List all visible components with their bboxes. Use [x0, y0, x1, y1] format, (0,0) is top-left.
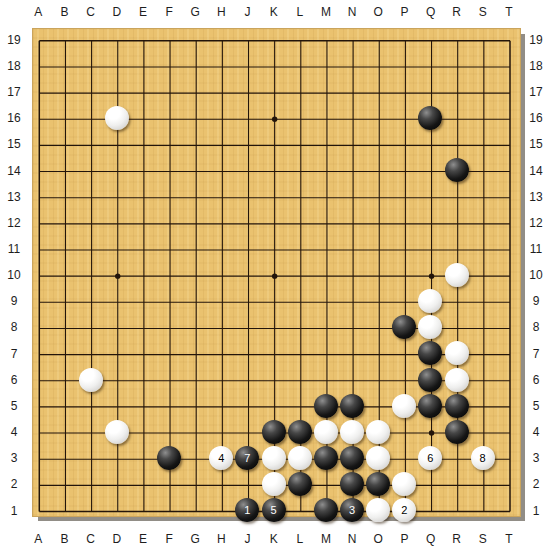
intersection-F4[interactable] — [156, 419, 182, 445]
intersection-O1[interactable] — [365, 497, 391, 523]
intersection-E9[interactable] — [130, 288, 156, 314]
intersection-M15[interactable] — [313, 131, 339, 157]
intersection-C10[interactable] — [77, 262, 103, 288]
intersection-S16[interactable] — [470, 105, 496, 131]
intersection-D15[interactable] — [104, 131, 130, 157]
intersection-R18[interactable] — [443, 53, 469, 79]
intersection-F3[interactable] — [156, 445, 182, 471]
intersection-P11[interactable] — [391, 236, 417, 262]
intersection-N19[interactable] — [339, 27, 365, 53]
intersection-D19[interactable] — [104, 27, 130, 53]
intersection-G13[interactable] — [182, 184, 208, 210]
intersection-L4[interactable] — [287, 419, 313, 445]
intersection-C14[interactable] — [77, 157, 103, 183]
intersection-L8[interactable] — [287, 314, 313, 340]
intersection-R14[interactable] — [443, 157, 469, 183]
intersection-T16[interactable] — [496, 105, 522, 131]
intersection-H4[interactable] — [208, 419, 234, 445]
intersection-Q17[interactable] — [417, 79, 443, 105]
intersection-G10[interactable] — [182, 262, 208, 288]
intersection-N15[interactable] — [339, 131, 365, 157]
intersection-O19[interactable] — [365, 27, 391, 53]
intersection-T14[interactable] — [496, 157, 522, 183]
intersection-M10[interactable] — [313, 262, 339, 288]
intersection-R6[interactable] — [443, 367, 469, 393]
intersection-D10[interactable] — [104, 262, 130, 288]
intersection-G14[interactable] — [182, 157, 208, 183]
intersection-R7[interactable] — [443, 340, 469, 366]
intersection-N5[interactable] — [339, 393, 365, 419]
intersection-B16[interactable] — [51, 105, 77, 131]
intersection-L9[interactable] — [287, 288, 313, 314]
intersection-J9[interactable] — [234, 288, 260, 314]
intersection-D5[interactable] — [104, 393, 130, 419]
intersection-A1[interactable] — [25, 497, 51, 523]
intersection-A5[interactable] — [25, 393, 51, 419]
intersection-L16[interactable] — [287, 105, 313, 131]
intersection-B18[interactable] — [51, 53, 77, 79]
intersection-P3[interactable] — [391, 445, 417, 471]
intersection-P6[interactable] — [391, 367, 417, 393]
intersection-K9[interactable] — [260, 288, 286, 314]
intersection-C12[interactable] — [77, 210, 103, 236]
intersection-J5[interactable] — [234, 393, 260, 419]
intersection-F8[interactable] — [156, 314, 182, 340]
intersection-J3[interactable]: 7 — [234, 445, 260, 471]
intersection-N3[interactable] — [339, 445, 365, 471]
intersection-H15[interactable] — [208, 131, 234, 157]
intersection-K17[interactable] — [260, 79, 286, 105]
intersection-S6[interactable] — [470, 367, 496, 393]
intersection-C13[interactable] — [77, 184, 103, 210]
intersection-S12[interactable] — [470, 210, 496, 236]
intersection-M8[interactable] — [313, 314, 339, 340]
intersection-N17[interactable] — [339, 79, 365, 105]
intersection-R17[interactable] — [443, 79, 469, 105]
intersection-F13[interactable] — [156, 184, 182, 210]
intersection-F11[interactable] — [156, 236, 182, 262]
intersection-B13[interactable] — [51, 184, 77, 210]
intersection-D8[interactable] — [104, 314, 130, 340]
intersection-D3[interactable] — [104, 445, 130, 471]
intersection-F18[interactable] — [156, 53, 182, 79]
intersection-N1[interactable]: 3 — [339, 497, 365, 523]
intersection-H7[interactable] — [208, 340, 234, 366]
intersection-G15[interactable] — [182, 131, 208, 157]
intersection-O10[interactable] — [365, 262, 391, 288]
intersection-F5[interactable] — [156, 393, 182, 419]
intersection-E12[interactable] — [130, 210, 156, 236]
intersection-E17[interactable] — [130, 79, 156, 105]
intersection-N8[interactable] — [339, 314, 365, 340]
intersection-O8[interactable] — [365, 314, 391, 340]
intersection-B10[interactable] — [51, 262, 77, 288]
intersection-J15[interactable] — [234, 131, 260, 157]
intersection-T9[interactable] — [496, 288, 522, 314]
intersection-G19[interactable] — [182, 27, 208, 53]
intersection-K14[interactable] — [260, 157, 286, 183]
intersection-M4[interactable] — [313, 419, 339, 445]
intersection-N7[interactable] — [339, 340, 365, 366]
intersection-T3[interactable] — [496, 445, 522, 471]
intersection-D12[interactable] — [104, 210, 130, 236]
intersection-J19[interactable] — [234, 27, 260, 53]
intersection-J1[interactable]: 1 — [234, 497, 260, 523]
intersection-S18[interactable] — [470, 53, 496, 79]
intersection-T11[interactable] — [496, 236, 522, 262]
intersection-N2[interactable] — [339, 471, 365, 497]
intersection-T13[interactable] — [496, 184, 522, 210]
intersection-H1[interactable] — [208, 497, 234, 523]
intersection-R8[interactable] — [443, 314, 469, 340]
intersection-Q4[interactable] — [417, 419, 443, 445]
intersection-A7[interactable] — [25, 340, 51, 366]
intersection-S10[interactable] — [470, 262, 496, 288]
intersection-O12[interactable] — [365, 210, 391, 236]
intersection-N6[interactable] — [339, 367, 365, 393]
intersection-M18[interactable] — [313, 53, 339, 79]
intersection-P13[interactable] — [391, 184, 417, 210]
intersection-O11[interactable] — [365, 236, 391, 262]
intersection-F1[interactable] — [156, 497, 182, 523]
intersection-N4[interactable] — [339, 419, 365, 445]
intersection-J8[interactable] — [234, 314, 260, 340]
intersection-G1[interactable] — [182, 497, 208, 523]
intersection-E18[interactable] — [130, 53, 156, 79]
intersection-T5[interactable] — [496, 393, 522, 419]
intersection-K19[interactable] — [260, 27, 286, 53]
intersection-C18[interactable] — [77, 53, 103, 79]
intersection-T2[interactable] — [496, 471, 522, 497]
intersection-A6[interactable] — [25, 367, 51, 393]
intersection-A16[interactable] — [25, 105, 51, 131]
intersection-C17[interactable] — [77, 79, 103, 105]
intersection-O9[interactable] — [365, 288, 391, 314]
intersection-O16[interactable] — [365, 105, 391, 131]
intersection-N9[interactable] — [339, 288, 365, 314]
intersection-S5[interactable] — [470, 393, 496, 419]
intersection-N18[interactable] — [339, 53, 365, 79]
intersection-P10[interactable] — [391, 262, 417, 288]
intersection-L19[interactable] — [287, 27, 313, 53]
intersection-G17[interactable] — [182, 79, 208, 105]
intersection-K1[interactable]: 5 — [260, 497, 286, 523]
intersection-P8[interactable] — [391, 314, 417, 340]
intersection-M2[interactable] — [313, 471, 339, 497]
intersection-T10[interactable] — [496, 262, 522, 288]
intersection-G5[interactable] — [182, 393, 208, 419]
intersection-F9[interactable] — [156, 288, 182, 314]
intersection-M11[interactable] — [313, 236, 339, 262]
intersection-H5[interactable] — [208, 393, 234, 419]
intersection-P16[interactable] — [391, 105, 417, 131]
intersection-T8[interactable] — [496, 314, 522, 340]
intersection-C3[interactable] — [77, 445, 103, 471]
intersection-A15[interactable] — [25, 131, 51, 157]
intersection-G18[interactable] — [182, 53, 208, 79]
intersection-S13[interactable] — [470, 184, 496, 210]
intersection-G16[interactable] — [182, 105, 208, 131]
intersection-Q11[interactable] — [417, 236, 443, 262]
intersection-E15[interactable] — [130, 131, 156, 157]
intersection-E8[interactable] — [130, 314, 156, 340]
intersection-O17[interactable] — [365, 79, 391, 105]
intersection-N16[interactable] — [339, 105, 365, 131]
intersection-R2[interactable] — [443, 471, 469, 497]
intersection-H18[interactable] — [208, 53, 234, 79]
intersection-B11[interactable] — [51, 236, 77, 262]
intersection-O14[interactable] — [365, 157, 391, 183]
intersection-Q16[interactable] — [417, 105, 443, 131]
intersection-D14[interactable] — [104, 157, 130, 183]
intersection-P2[interactable] — [391, 471, 417, 497]
intersection-D16[interactable] — [104, 105, 130, 131]
intersection-D11[interactable] — [104, 236, 130, 262]
intersection-H8[interactable] — [208, 314, 234, 340]
intersection-N14[interactable] — [339, 157, 365, 183]
intersection-K8[interactable] — [260, 314, 286, 340]
intersection-K6[interactable] — [260, 367, 286, 393]
intersection-R10[interactable] — [443, 262, 469, 288]
intersection-K4[interactable] — [260, 419, 286, 445]
intersection-H11[interactable] — [208, 236, 234, 262]
intersection-B2[interactable] — [51, 471, 77, 497]
intersection-S11[interactable] — [470, 236, 496, 262]
intersection-J14[interactable] — [234, 157, 260, 183]
intersection-L15[interactable] — [287, 131, 313, 157]
intersection-Q8[interactable] — [417, 314, 443, 340]
intersection-H12[interactable] — [208, 210, 234, 236]
intersection-S14[interactable] — [470, 157, 496, 183]
intersection-B15[interactable] — [51, 131, 77, 157]
intersection-G7[interactable] — [182, 340, 208, 366]
intersection-P15[interactable] — [391, 131, 417, 157]
intersection-Q15[interactable] — [417, 131, 443, 157]
intersection-R16[interactable] — [443, 105, 469, 131]
intersection-D7[interactable] — [104, 340, 130, 366]
intersection-A17[interactable] — [25, 79, 51, 105]
intersection-E2[interactable] — [130, 471, 156, 497]
intersection-N13[interactable] — [339, 184, 365, 210]
intersection-C7[interactable] — [77, 340, 103, 366]
intersection-S19[interactable] — [470, 27, 496, 53]
intersection-N12[interactable] — [339, 210, 365, 236]
intersection-A8[interactable] — [25, 314, 51, 340]
intersection-J17[interactable] — [234, 79, 260, 105]
intersection-S17[interactable] — [470, 79, 496, 105]
intersection-F12[interactable] — [156, 210, 182, 236]
intersection-L5[interactable] — [287, 393, 313, 419]
intersection-C5[interactable] — [77, 393, 103, 419]
intersection-R3[interactable] — [443, 445, 469, 471]
intersection-E13[interactable] — [130, 184, 156, 210]
intersection-D4[interactable] — [104, 419, 130, 445]
intersection-H16[interactable] — [208, 105, 234, 131]
intersection-L14[interactable] — [287, 157, 313, 183]
intersection-J11[interactable] — [234, 236, 260, 262]
intersection-S2[interactable] — [470, 471, 496, 497]
intersection-F7[interactable] — [156, 340, 182, 366]
intersection-C19[interactable] — [77, 27, 103, 53]
intersection-O4[interactable] — [365, 419, 391, 445]
intersection-P14[interactable] — [391, 157, 417, 183]
intersection-E1[interactable] — [130, 497, 156, 523]
intersection-T15[interactable] — [496, 131, 522, 157]
intersection-O18[interactable] — [365, 53, 391, 79]
intersection-T6[interactable] — [496, 367, 522, 393]
intersection-G6[interactable] — [182, 367, 208, 393]
intersection-O2[interactable] — [365, 471, 391, 497]
intersection-K12[interactable] — [260, 210, 286, 236]
intersection-R12[interactable] — [443, 210, 469, 236]
intersection-G12[interactable] — [182, 210, 208, 236]
intersection-N11[interactable] — [339, 236, 365, 262]
intersection-T18[interactable] — [496, 53, 522, 79]
intersection-G3[interactable] — [182, 445, 208, 471]
intersection-O13[interactable] — [365, 184, 391, 210]
intersection-B3[interactable] — [51, 445, 77, 471]
intersection-H17[interactable] — [208, 79, 234, 105]
intersection-T7[interactable] — [496, 340, 522, 366]
intersection-F6[interactable] — [156, 367, 182, 393]
intersection-D1[interactable] — [104, 497, 130, 523]
intersection-F16[interactable] — [156, 105, 182, 131]
intersection-D2[interactable] — [104, 471, 130, 497]
intersection-T1[interactable] — [496, 497, 522, 523]
intersection-A18[interactable] — [25, 53, 51, 79]
intersection-S7[interactable] — [470, 340, 496, 366]
intersection-K16[interactable] — [260, 105, 286, 131]
intersection-K13[interactable] — [260, 184, 286, 210]
intersection-L1[interactable] — [287, 497, 313, 523]
intersection-C2[interactable] — [77, 471, 103, 497]
intersection-E16[interactable] — [130, 105, 156, 131]
intersection-H14[interactable] — [208, 157, 234, 183]
intersection-A4[interactable] — [25, 419, 51, 445]
intersection-Q19[interactable] — [417, 27, 443, 53]
intersection-M16[interactable] — [313, 105, 339, 131]
intersection-J16[interactable] — [234, 105, 260, 131]
intersection-D17[interactable] — [104, 79, 130, 105]
intersection-Q1[interactable] — [417, 497, 443, 523]
intersection-J4[interactable] — [234, 419, 260, 445]
intersection-R15[interactable] — [443, 131, 469, 157]
intersection-E10[interactable] — [130, 262, 156, 288]
intersection-M12[interactable] — [313, 210, 339, 236]
intersection-G9[interactable] — [182, 288, 208, 314]
intersection-E4[interactable] — [130, 419, 156, 445]
intersection-J6[interactable] — [234, 367, 260, 393]
intersection-R4[interactable] — [443, 419, 469, 445]
intersection-O6[interactable] — [365, 367, 391, 393]
intersection-M3[interactable] — [313, 445, 339, 471]
intersection-M9[interactable] — [313, 288, 339, 314]
intersection-E3[interactable] — [130, 445, 156, 471]
intersection-F14[interactable] — [156, 157, 182, 183]
intersection-K18[interactable] — [260, 53, 286, 79]
intersection-E6[interactable] — [130, 367, 156, 393]
intersection-T19[interactable] — [496, 27, 522, 53]
intersection-B5[interactable] — [51, 393, 77, 419]
intersection-S9[interactable] — [470, 288, 496, 314]
intersection-J2[interactable] — [234, 471, 260, 497]
intersection-H6[interactable] — [208, 367, 234, 393]
intersection-J18[interactable] — [234, 53, 260, 79]
intersection-H3[interactable]: 4 — [208, 445, 234, 471]
intersection-C8[interactable] — [77, 314, 103, 340]
intersection-K5[interactable] — [260, 393, 286, 419]
intersection-S8[interactable] — [470, 314, 496, 340]
intersection-L17[interactable] — [287, 79, 313, 105]
intersection-Q7[interactable] — [417, 340, 443, 366]
intersection-P12[interactable] — [391, 210, 417, 236]
intersection-A19[interactable] — [25, 27, 51, 53]
intersection-B4[interactable] — [51, 419, 77, 445]
intersection-G8[interactable] — [182, 314, 208, 340]
intersection-L13[interactable] — [287, 184, 313, 210]
intersection-F10[interactable] — [156, 262, 182, 288]
intersection-O5[interactable] — [365, 393, 391, 419]
intersection-M6[interactable] — [313, 367, 339, 393]
intersection-M14[interactable] — [313, 157, 339, 183]
intersection-T4[interactable] — [496, 419, 522, 445]
intersection-F2[interactable] — [156, 471, 182, 497]
intersection-S3[interactable]: 8 — [470, 445, 496, 471]
intersection-E19[interactable] — [130, 27, 156, 53]
intersection-R19[interactable] — [443, 27, 469, 53]
intersection-Q13[interactable] — [417, 184, 443, 210]
intersection-B8[interactable] — [51, 314, 77, 340]
intersection-A11[interactable] — [25, 236, 51, 262]
intersection-K7[interactable] — [260, 340, 286, 366]
intersection-L7[interactable] — [287, 340, 313, 366]
intersection-O3[interactable] — [365, 445, 391, 471]
intersection-Q3[interactable]: 6 — [417, 445, 443, 471]
intersection-C1[interactable] — [77, 497, 103, 523]
intersection-L11[interactable] — [287, 236, 313, 262]
intersection-L2[interactable] — [287, 471, 313, 497]
intersection-L6[interactable] — [287, 367, 313, 393]
intersection-Q2[interactable] — [417, 471, 443, 497]
intersection-M13[interactable] — [313, 184, 339, 210]
intersection-Q12[interactable] — [417, 210, 443, 236]
intersection-B12[interactable] — [51, 210, 77, 236]
intersection-P7[interactable] — [391, 340, 417, 366]
intersection-B17[interactable] — [51, 79, 77, 105]
intersection-J12[interactable] — [234, 210, 260, 236]
intersection-C6[interactable] — [77, 367, 103, 393]
intersection-A10[interactable] — [25, 262, 51, 288]
intersection-S4[interactable] — [470, 419, 496, 445]
intersection-A14[interactable] — [25, 157, 51, 183]
intersection-L10[interactable] — [287, 262, 313, 288]
intersection-Q6[interactable] — [417, 367, 443, 393]
intersection-O7[interactable] — [365, 340, 391, 366]
intersection-M7[interactable] — [313, 340, 339, 366]
intersection-K15[interactable] — [260, 131, 286, 157]
intersection-A2[interactable] — [25, 471, 51, 497]
intersection-G2[interactable] — [182, 471, 208, 497]
intersection-Q18[interactable] — [417, 53, 443, 79]
intersection-H9[interactable] — [208, 288, 234, 314]
intersection-E7[interactable] — [130, 340, 156, 366]
intersection-C11[interactable] — [77, 236, 103, 262]
intersection-E14[interactable] — [130, 157, 156, 183]
intersection-R11[interactable] — [443, 236, 469, 262]
intersection-G11[interactable] — [182, 236, 208, 262]
intersection-C15[interactable] — [77, 131, 103, 157]
intersection-R9[interactable] — [443, 288, 469, 314]
